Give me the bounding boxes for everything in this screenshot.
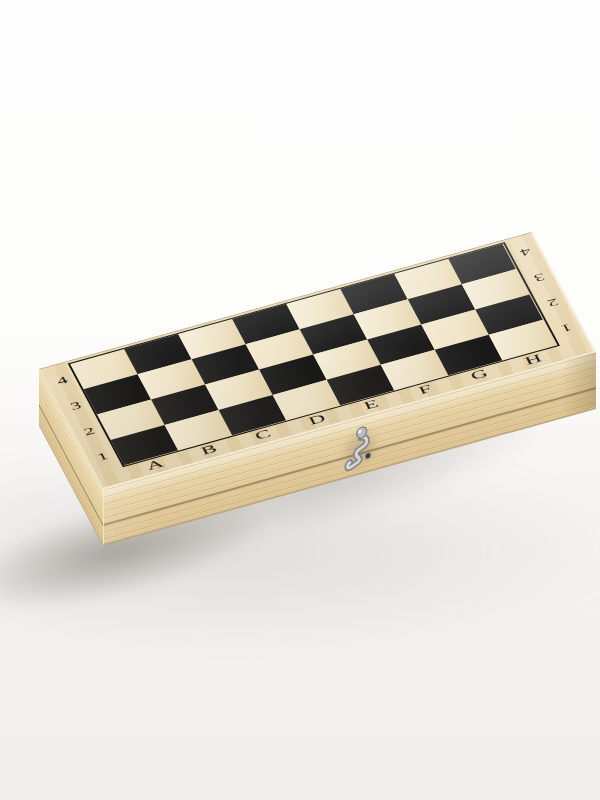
product-photo-scene: 43214321ABCDEFGH bbox=[0, 0, 600, 800]
hook-clasp-latch bbox=[344, 419, 380, 477]
